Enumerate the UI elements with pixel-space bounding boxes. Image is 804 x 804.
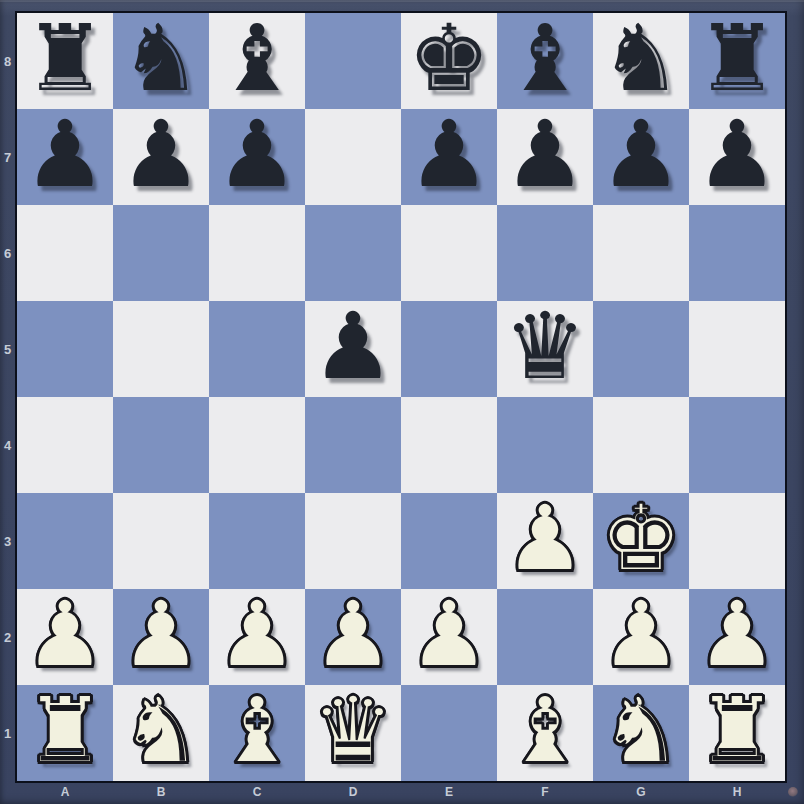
square-d7[interactable]	[305, 109, 401, 205]
white-pawn: ♟	[312, 587, 394, 683]
square-b2[interactable]: ♟	[113, 589, 209, 685]
file-label-d: D	[305, 781, 401, 802]
square-f3[interactable]: ♟	[497, 493, 593, 589]
square-e3[interactable]	[401, 493, 497, 589]
white-knight: ♞	[120, 683, 202, 779]
file-label-f: F	[497, 781, 593, 802]
square-d4[interactable]	[305, 397, 401, 493]
black-bishop: ♝	[216, 11, 298, 107]
file-label-g: G	[593, 781, 689, 802]
black-bishop: ♝	[504, 11, 586, 107]
black-rook: ♜	[696, 11, 778, 107]
white-knight: ♞	[600, 683, 682, 779]
resize-grip-dot	[788, 787, 798, 797]
rank-label-5: 5	[0, 301, 15, 397]
square-g7[interactable]: ♟	[593, 109, 689, 205]
square-d8[interactable]	[305, 13, 401, 109]
square-c1[interactable]: ♝	[209, 685, 305, 781]
square-c6[interactable]	[209, 205, 305, 301]
square-a4[interactable]	[17, 397, 113, 493]
square-g2[interactable]: ♟	[593, 589, 689, 685]
rank-label-3: 3	[0, 493, 15, 589]
square-h3[interactable]	[689, 493, 785, 589]
white-pawn: ♟	[24, 587, 106, 683]
square-b5[interactable]	[113, 301, 209, 397]
white-pawn: ♟	[216, 587, 298, 683]
square-h6[interactable]	[689, 205, 785, 301]
square-c8[interactable]: ♝	[209, 13, 305, 109]
square-e6[interactable]	[401, 205, 497, 301]
white-pawn: ♟	[408, 587, 490, 683]
square-a5[interactable]	[17, 301, 113, 397]
file-label-h: H	[689, 781, 785, 802]
square-a2[interactable]: ♟	[17, 589, 113, 685]
white-queen: ♛	[312, 683, 394, 779]
file-label-a: A	[17, 781, 113, 802]
white-rook: ♜	[24, 683, 106, 779]
square-b8[interactable]: ♞	[113, 13, 209, 109]
white-pawn: ♟	[120, 587, 202, 683]
square-a6[interactable]	[17, 205, 113, 301]
square-c4[interactable]	[209, 397, 305, 493]
black-knight: ♞	[600, 11, 682, 107]
white-pawn: ♟	[696, 587, 778, 683]
square-b1[interactable]: ♞	[113, 685, 209, 781]
square-c7[interactable]: ♟	[209, 109, 305, 205]
square-d1[interactable]: ♛	[305, 685, 401, 781]
square-e8[interactable]: ♚	[401, 13, 497, 109]
square-f7[interactable]: ♟	[497, 109, 593, 205]
black-pawn: ♟	[600, 107, 682, 203]
square-e1[interactable]	[401, 685, 497, 781]
rank-label-7: 7	[0, 109, 15, 205]
white-bishop: ♝	[504, 683, 586, 779]
square-g6[interactable]	[593, 205, 689, 301]
square-g1[interactable]: ♞	[593, 685, 689, 781]
square-h5[interactable]	[689, 301, 785, 397]
black-pawn: ♟	[312, 299, 394, 395]
square-d2[interactable]: ♟	[305, 589, 401, 685]
black-pawn: ♟	[24, 107, 106, 203]
square-a8[interactable]: ♜	[17, 13, 113, 109]
black-pawn: ♟	[504, 107, 586, 203]
square-h8[interactable]: ♜	[689, 13, 785, 109]
rank-label-1: 1	[0, 685, 15, 781]
square-b6[interactable]	[113, 205, 209, 301]
square-e4[interactable]	[401, 397, 497, 493]
file-label-c: C	[209, 781, 305, 802]
square-d3[interactable]	[305, 493, 401, 589]
square-g5[interactable]	[593, 301, 689, 397]
square-f6[interactable]	[497, 205, 593, 301]
board-frame: ♜♞♝♚♝♞♜♟♟♟♟♟♟♟♟♛♟♚♟♟♟♟♟♟♟♜♞♝♛♝♞♜ 8765432…	[0, 0, 804, 804]
square-b4[interactable]	[113, 397, 209, 493]
white-pawn: ♟	[504, 491, 586, 587]
chess-board: ♜♞♝♚♝♞♜♟♟♟♟♟♟♟♟♛♟♚♟♟♟♟♟♟♟♜♞♝♛♝♞♜	[15, 11, 787, 783]
square-a1[interactable]: ♜	[17, 685, 113, 781]
white-rook: ♜	[696, 683, 778, 779]
square-c3[interactable]	[209, 493, 305, 589]
square-h2[interactable]: ♟	[689, 589, 785, 685]
square-f4[interactable]	[497, 397, 593, 493]
black-knight: ♞	[120, 11, 202, 107]
square-g8[interactable]: ♞	[593, 13, 689, 109]
square-g4[interactable]	[593, 397, 689, 493]
square-f2[interactable]	[497, 589, 593, 685]
square-e7[interactable]: ♟	[401, 109, 497, 205]
square-b7[interactable]: ♟	[113, 109, 209, 205]
file-label-b: B	[113, 781, 209, 802]
square-h7[interactable]: ♟	[689, 109, 785, 205]
square-a7[interactable]: ♟	[17, 109, 113, 205]
square-h4[interactable]	[689, 397, 785, 493]
square-f5[interactable]: ♛	[497, 301, 593, 397]
square-e2[interactable]: ♟	[401, 589, 497, 685]
black-pawn: ♟	[696, 107, 778, 203]
square-f1[interactable]: ♝	[497, 685, 593, 781]
white-king: ♚	[600, 491, 682, 587]
square-d5[interactable]: ♟	[305, 301, 401, 397]
square-b3[interactable]	[113, 493, 209, 589]
square-g3[interactable]: ♚	[593, 493, 689, 589]
rank-label-4: 4	[0, 397, 15, 493]
black-pawn: ♟	[408, 107, 490, 203]
square-e5[interactable]	[401, 301, 497, 397]
black-queen: ♛	[504, 299, 586, 395]
square-d6[interactable]	[305, 205, 401, 301]
black-rook: ♜	[24, 11, 106, 107]
square-c5[interactable]	[209, 301, 305, 397]
rank-label-8: 8	[0, 13, 15, 109]
square-f8[interactable]: ♝	[497, 13, 593, 109]
white-pawn: ♟	[600, 587, 682, 683]
square-a3[interactable]	[17, 493, 113, 589]
file-label-e: E	[401, 781, 497, 802]
black-pawn: ♟	[216, 107, 298, 203]
white-bishop: ♝	[216, 683, 298, 779]
black-king: ♚	[408, 11, 490, 107]
square-c2[interactable]: ♟	[209, 589, 305, 685]
square-h1[interactable]: ♜	[689, 685, 785, 781]
rank-label-6: 6	[0, 205, 15, 301]
black-pawn: ♟	[120, 107, 202, 203]
rank-label-2: 2	[0, 589, 15, 685]
